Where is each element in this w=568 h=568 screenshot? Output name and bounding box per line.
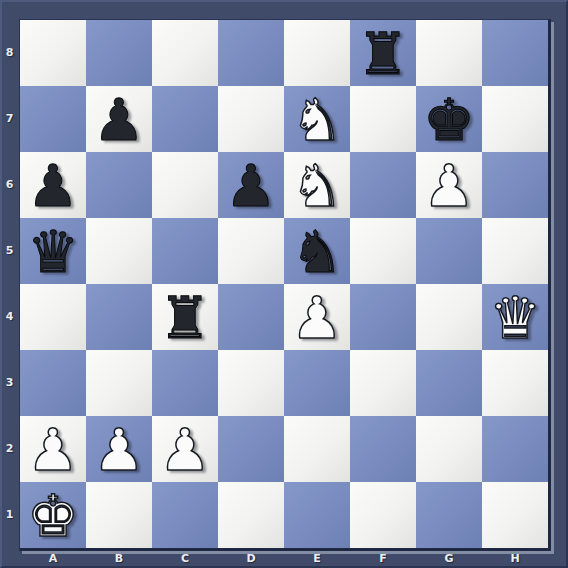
piece-black-king[interactable]: ♚ [416,86,482,152]
square-h2[interactable] [482,416,548,482]
square-c6[interactable] [152,152,218,218]
square-a7[interactable] [20,86,86,152]
rank-labels: 87654321 [0,20,19,548]
file-label-h: H [482,551,548,567]
square-f5[interactable] [350,218,416,284]
rank-label-4: 4 [0,284,19,350]
square-e2[interactable] [284,416,350,482]
rank-label-8: 8 [0,20,19,86]
square-d2[interactable] [218,416,284,482]
piece-white-pawn[interactable]: ♟ [20,416,86,482]
square-c2[interactable]: ♟ [152,416,218,482]
square-h6[interactable] [482,152,548,218]
square-a6[interactable]: ♟ [20,152,86,218]
chess-board[interactable]: ♜♟♞♚♟♟♞♟♛♞♜♟♛♟♟♟♚ [19,19,551,551]
square-d3[interactable] [218,350,284,416]
piece-black-pawn[interactable]: ♟ [218,152,284,218]
square-c7[interactable] [152,86,218,152]
rank-label-5: 5 [0,218,19,284]
square-g8[interactable] [416,20,482,86]
rank-label-3: 3 [0,350,19,416]
piece-white-king[interactable]: ♚ [20,482,86,548]
square-a3[interactable] [20,350,86,416]
square-b8[interactable] [86,20,152,86]
square-a4[interactable] [20,284,86,350]
square-d1[interactable] [218,482,284,548]
square-f3[interactable] [350,350,416,416]
square-b6[interactable] [86,152,152,218]
piece-white-pawn[interactable]: ♟ [152,416,218,482]
square-d7[interactable] [218,86,284,152]
square-d5[interactable] [218,218,284,284]
square-b3[interactable] [86,350,152,416]
square-g4[interactable] [416,284,482,350]
square-f8[interactable]: ♜ [350,20,416,86]
square-d8[interactable] [218,20,284,86]
square-a2[interactable]: ♟ [20,416,86,482]
file-label-b: B [86,551,152,567]
square-h5[interactable] [482,218,548,284]
board-frame: 87654321 ♜♟♞♚♟♟♞♟♛♞♜♟♛♟♟♟♚ ABCDEFGH [0,0,568,568]
square-g6[interactable]: ♟ [416,152,482,218]
square-b1[interactable] [86,482,152,548]
square-e1[interactable] [284,482,350,548]
square-h7[interactable] [482,86,548,152]
square-b5[interactable] [86,218,152,284]
square-h8[interactable] [482,20,548,86]
square-g2[interactable] [416,416,482,482]
piece-black-pawn[interactable]: ♟ [86,86,152,152]
square-f7[interactable] [350,86,416,152]
square-c5[interactable] [152,218,218,284]
piece-black-pawn[interactable]: ♟ [20,152,86,218]
piece-white-pawn[interactable]: ♟ [284,284,350,350]
file-label-e: E [284,551,350,567]
square-d4[interactable] [218,284,284,350]
square-g1[interactable] [416,482,482,548]
square-b7[interactable]: ♟ [86,86,152,152]
piece-black-queen[interactable]: ♛ [20,218,86,284]
file-label-c: C [152,551,218,567]
square-h3[interactable] [482,350,548,416]
rank-label-2: 2 [0,416,19,482]
square-e6[interactable]: ♞ [284,152,350,218]
square-g3[interactable] [416,350,482,416]
piece-white-knight[interactable]: ♞ [284,86,350,152]
file-label-d: D [218,551,284,567]
file-label-f: F [350,551,416,567]
square-h1[interactable] [482,482,548,548]
rank-label-6: 6 [0,152,19,218]
square-e5[interactable]: ♞ [284,218,350,284]
square-e4[interactable]: ♟ [284,284,350,350]
square-d6[interactable]: ♟ [218,152,284,218]
rank-label-7: 7 [0,86,19,152]
square-f2[interactable] [350,416,416,482]
square-h4[interactable]: ♛ [482,284,548,350]
square-e8[interactable] [284,20,350,86]
square-e3[interactable] [284,350,350,416]
piece-white-queen[interactable]: ♛ [482,284,548,350]
file-label-a: A [20,551,86,567]
square-b4[interactable] [86,284,152,350]
piece-black-rook[interactable]: ♜ [350,20,416,86]
square-b2[interactable]: ♟ [86,416,152,482]
square-f6[interactable] [350,152,416,218]
square-a1[interactable]: ♚ [20,482,86,548]
piece-white-pawn[interactable]: ♟ [86,416,152,482]
square-c4[interactable]: ♜ [152,284,218,350]
square-a8[interactable] [20,20,86,86]
piece-white-knight[interactable]: ♞ [284,152,350,218]
square-f4[interactable] [350,284,416,350]
square-e7[interactable]: ♞ [284,86,350,152]
file-labels: ABCDEFGH [20,551,548,567]
square-c3[interactable] [152,350,218,416]
square-g7[interactable]: ♚ [416,86,482,152]
square-a5[interactable]: ♛ [20,218,86,284]
square-c8[interactable] [152,20,218,86]
square-f1[interactable] [350,482,416,548]
piece-white-pawn[interactable]: ♟ [416,152,482,218]
rank-label-1: 1 [0,482,19,548]
square-g5[interactable] [416,218,482,284]
file-label-g: G [416,551,482,567]
piece-black-rook[interactable]: ♜ [152,284,218,350]
piece-black-knight[interactable]: ♞ [284,218,350,284]
square-c1[interactable] [152,482,218,548]
